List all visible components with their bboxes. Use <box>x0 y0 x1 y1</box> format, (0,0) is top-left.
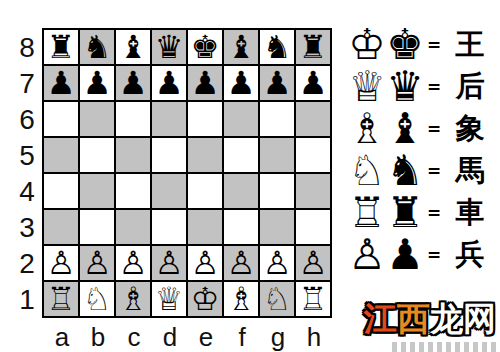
square-e1[interactable]: ♔ <box>188 282 222 316</box>
square-g6[interactable] <box>260 102 294 136</box>
white-bishop-piece: ♗ <box>227 282 256 316</box>
square-e2[interactable]: ♙ <box>188 246 222 280</box>
legend-row-king: ♔♚=王 <box>348 26 496 64</box>
square-d8[interactable]: ♛ <box>152 30 186 64</box>
black-pawn-piece: ♟ <box>119 66 148 100</box>
file-label-d: d <box>152 322 188 352</box>
legend-equals-sign: = <box>424 119 444 139</box>
square-f1[interactable]: ♗ <box>224 282 258 316</box>
watermark-char: 西 <box>397 299 430 338</box>
legend-equals-sign: = <box>424 77 444 97</box>
rank-label-7: 7 <box>14 66 40 102</box>
square-e4[interactable] <box>188 174 222 208</box>
rank-label-4: 4 <box>14 174 40 210</box>
legend-white-king-icon: ♔ <box>348 26 386 64</box>
square-g7[interactable]: ♟ <box>260 66 294 100</box>
square-a5[interactable] <box>44 138 78 172</box>
legend-row-rook: ♖♜=車 <box>348 194 496 232</box>
white-pawn-piece: ♙ <box>119 246 148 280</box>
file-label-a: a <box>44 322 80 352</box>
legend-row-knight: ♘♞=馬 <box>348 152 496 190</box>
square-f4[interactable] <box>224 174 258 208</box>
legend-black-rook-icon: ♜ <box>386 194 424 232</box>
square-c1[interactable]: ♗ <box>116 282 150 316</box>
rank-label-3: 3 <box>14 210 40 246</box>
white-pawn-piece: ♙ <box>155 246 184 280</box>
square-d2[interactable]: ♙ <box>152 246 186 280</box>
square-e5[interactable] <box>188 138 222 172</box>
square-d1[interactable]: ♕ <box>152 282 186 316</box>
square-d7[interactable]: ♟ <box>152 66 186 100</box>
square-h8[interactable]: ♜ <box>296 30 330 64</box>
square-f5[interactable] <box>224 138 258 172</box>
piece-name-legend: ♔♚=王♕♛=后♗♝=象♘♞=馬♖♜=車♙♟=兵 <box>348 26 496 274</box>
square-c2[interactable]: ♙ <box>116 246 150 280</box>
legend-row-bishop: ♗♝=象 <box>348 110 496 148</box>
square-h1[interactable]: ♖ <box>296 282 330 316</box>
square-b8[interactable]: ♞ <box>80 30 114 64</box>
square-c6[interactable] <box>116 102 150 136</box>
legend-black-bishop-icon: ♝ <box>386 110 424 148</box>
square-g2[interactable]: ♙ <box>260 246 294 280</box>
square-g5[interactable] <box>260 138 294 172</box>
square-b5[interactable] <box>80 138 114 172</box>
white-pawn-piece: ♙ <box>263 246 292 280</box>
square-e3[interactable] <box>188 210 222 244</box>
file-label-f: f <box>224 322 260 352</box>
square-h2[interactable]: ♙ <box>296 246 330 280</box>
square-g4[interactable] <box>260 174 294 208</box>
square-f3[interactable] <box>224 210 258 244</box>
legend-equals-sign: = <box>424 35 444 55</box>
black-bishop-piece: ♝ <box>119 30 148 64</box>
square-c5[interactable] <box>116 138 150 172</box>
rank-labels: 87654321 <box>14 30 40 318</box>
legend-white-knight-icon: ♘ <box>348 152 386 190</box>
legend-white-rook-icon: ♖ <box>348 194 386 232</box>
file-label-b: b <box>80 322 116 352</box>
square-f6[interactable] <box>224 102 258 136</box>
white-pawn-piece: ♙ <box>191 246 220 280</box>
square-b2[interactable]: ♙ <box>80 246 114 280</box>
rank-label-6: 6 <box>14 102 40 138</box>
chess-board: ♜♞♝♛♚♝♞♜♟♟♟♟♟♟♟♟♙♙♙♙♙♙♙♙♖♘♗♕♔♗♘♖ <box>42 28 332 318</box>
square-a2[interactable]: ♙ <box>44 246 78 280</box>
square-c7[interactable]: ♟ <box>116 66 150 100</box>
legend-white-queen-icon: ♕ <box>348 68 386 106</box>
file-labels: abcdefgh <box>44 322 332 352</box>
cutoff-watermark-text <box>392 342 498 352</box>
watermark-char: 龙 <box>430 299 463 338</box>
white-knight-piece: ♘ <box>263 282 292 316</box>
square-a8[interactable]: ♜ <box>44 30 78 64</box>
black-knight-piece: ♞ <box>83 30 112 64</box>
square-c8[interactable]: ♝ <box>116 30 150 64</box>
black-rook-piece: ♜ <box>299 30 328 64</box>
legend-label-king: 王 <box>444 25 496 65</box>
rank-label-2: 2 <box>14 246 40 282</box>
square-b3[interactable] <box>80 210 114 244</box>
square-b6[interactable] <box>80 102 114 136</box>
black-pawn-piece: ♟ <box>263 66 292 100</box>
square-d3[interactable] <box>152 210 186 244</box>
black-pawn-piece: ♟ <box>47 66 76 100</box>
rank-label-8: 8 <box>14 30 40 66</box>
square-a6[interactable] <box>44 102 78 136</box>
square-b1[interactable]: ♘ <box>80 282 114 316</box>
white-pawn-piece: ♙ <box>47 246 76 280</box>
white-knight-piece: ♘ <box>83 282 112 316</box>
square-a4[interactable] <box>44 174 78 208</box>
file-label-e: e <box>188 322 224 352</box>
legend-equals-sign: = <box>424 203 444 223</box>
rank-label-1: 1 <box>14 282 40 318</box>
legend-black-queen-icon: ♛ <box>386 68 424 106</box>
black-queen-piece: ♛ <box>155 30 184 64</box>
legend-equals-sign: = <box>424 161 444 181</box>
square-d6[interactable] <box>152 102 186 136</box>
legend-row-queen: ♕♛=后 <box>348 68 496 106</box>
watermark-char: 网 <box>463 299 496 338</box>
square-g3[interactable] <box>260 210 294 244</box>
white-pawn-piece: ♙ <box>299 246 328 280</box>
watermark-char: 江 <box>364 299 397 338</box>
file-label-g: g <box>260 322 296 352</box>
black-knight-piece: ♞ <box>263 30 292 64</box>
square-a7[interactable]: ♟ <box>44 66 78 100</box>
legend-row-pawn: ♙♟=兵 <box>348 236 496 274</box>
black-pawn-piece: ♟ <box>227 66 256 100</box>
square-d5[interactable] <box>152 138 186 172</box>
legend-white-pawn-icon: ♙ <box>348 236 386 274</box>
white-queen-piece: ♕ <box>155 282 184 316</box>
square-c3[interactable] <box>116 210 150 244</box>
chess-diagram: 87654321 ♜♞♝♛♚♝♞♜♟♟♟♟♟♟♟♟♙♙♙♙♙♙♙♙♖♘♗♕♔♗♘… <box>0 0 500 352</box>
legend-label-knight: 馬 <box>444 151 496 191</box>
legend-label-rook: 車 <box>444 193 496 233</box>
square-f8[interactable]: ♝ <box>224 30 258 64</box>
square-f7[interactable]: ♟ <box>224 66 258 100</box>
white-bishop-piece: ♗ <box>119 282 148 316</box>
white-rook-piece: ♖ <box>47 282 76 316</box>
legend-equals-sign: = <box>424 245 444 265</box>
legend-white-bishop-icon: ♗ <box>348 110 386 148</box>
site-watermark: 江西龙网 <box>364 297 496 342</box>
square-c4[interactable] <box>116 174 150 208</box>
square-h4[interactable] <box>296 174 330 208</box>
legend-black-king-icon: ♚ <box>386 26 424 64</box>
black-rook-piece: ♜ <box>47 30 76 64</box>
black-pawn-piece: ♟ <box>299 66 328 100</box>
square-e6[interactable] <box>188 102 222 136</box>
square-g1[interactable]: ♘ <box>260 282 294 316</box>
rank-label-5: 5 <box>14 138 40 174</box>
white-pawn-piece: ♙ <box>83 246 112 280</box>
square-b7[interactable]: ♟ <box>80 66 114 100</box>
white-king-piece: ♔ <box>191 282 220 316</box>
square-h7[interactable]: ♟ <box>296 66 330 100</box>
file-label-h: h <box>296 322 332 352</box>
square-a1[interactable]: ♖ <box>44 282 78 316</box>
legend-label-pawn: 兵 <box>444 235 496 275</box>
black-pawn-piece: ♟ <box>83 66 112 100</box>
legend-label-bishop: 象 <box>444 109 496 149</box>
white-pawn-piece: ♙ <box>227 246 256 280</box>
black-pawn-piece: ♟ <box>191 66 220 100</box>
square-f2[interactable]: ♙ <box>224 246 258 280</box>
square-h3[interactable] <box>296 210 330 244</box>
square-b4[interactable] <box>80 174 114 208</box>
square-d4[interactable] <box>152 174 186 208</box>
black-king-piece: ♚ <box>191 30 220 64</box>
square-h5[interactable] <box>296 138 330 172</box>
square-e7[interactable]: ♟ <box>188 66 222 100</box>
square-a3[interactable] <box>44 210 78 244</box>
square-h6[interactable] <box>296 102 330 136</box>
black-bishop-piece: ♝ <box>227 30 256 64</box>
legend-black-knight-icon: ♞ <box>386 152 424 190</box>
square-e8[interactable]: ♚ <box>188 30 222 64</box>
square-g8[interactable]: ♞ <box>260 30 294 64</box>
white-rook-piece: ♖ <box>299 282 328 316</box>
file-label-c: c <box>116 322 152 352</box>
legend-label-queen: 后 <box>444 67 496 107</box>
black-pawn-piece: ♟ <box>155 66 184 100</box>
legend-black-pawn-icon: ♟ <box>386 236 424 274</box>
